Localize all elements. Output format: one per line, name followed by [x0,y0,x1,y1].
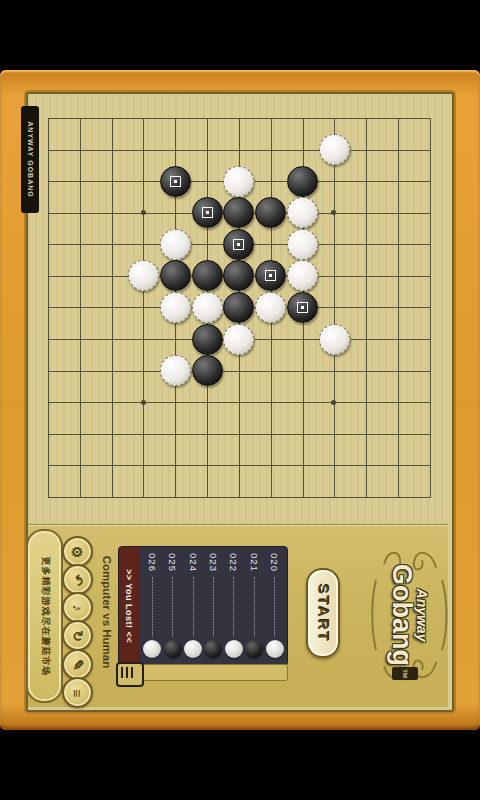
sound-button[interactable]: ♪ [62,592,93,623]
white-stone [223,324,254,355]
black-stone [192,355,223,386]
logo-line2: Gobang TM [390,564,414,666]
restart-icon: ↻ [70,630,84,642]
undo-icon: ↶ [70,574,84,586]
move-column: 023 [203,550,223,662]
settings-button[interactable]: ⚙ [62,536,93,567]
white-stone [287,197,318,228]
move-number-text: 021 [249,553,260,572]
result-banner: >> You Lost! << [119,547,140,665]
stones-layer [32,102,446,513]
move-dots [233,577,234,637]
white-stone [160,229,191,260]
black-stone [223,292,254,323]
white-stone [192,292,223,323]
white-stone [160,292,191,323]
black-stone [192,324,223,355]
black-stone [160,166,191,197]
white-stone [160,355,191,386]
move-number: 026 [142,550,162,574]
move-dots [213,577,214,637]
white-stone [319,134,350,165]
black-stone [192,260,223,291]
move-number: 023 [203,550,223,574]
move-number: 021 [244,550,264,574]
move-number: 022 [224,550,244,574]
white-stone [319,324,350,355]
white-stone [287,229,318,260]
move-stone-white [266,640,284,658]
white-stone [128,260,159,291]
white-stone [287,260,318,291]
black-stone [255,260,286,291]
move-number: 024 [183,550,203,574]
move-dots [172,577,173,637]
move-number: 020 [265,550,285,574]
move-column: 025 [163,550,183,662]
move-stone-black [164,640,182,658]
status-bar [0,0,480,70]
sound-icon: ♪ [71,604,85,611]
move-column: 026 [142,550,162,662]
list-icon-button[interactable] [116,662,144,687]
black-stone [223,197,254,228]
undo-button[interactable]: ↶ [62,564,93,595]
promo-text: 更多精彩游戏尽在蘑菇市场 [38,556,51,676]
restart-button[interactable]: ↻ [62,620,93,651]
move-column: 024 [183,550,203,662]
black-stone [287,292,318,323]
mode-label: Computer vs Human [99,547,113,677]
black-stone [192,197,223,228]
record-icon: ✎ [70,659,84,671]
bottom-bar: 蘑菇 19SM.COM 市场 [0,730,480,800]
move-number: 025 [163,550,183,574]
corner-watermark-text: ANYWAY GOBANG [27,121,34,197]
move-dots [193,577,194,637]
move-stone-white [184,640,202,658]
start-button-label: START [315,584,332,643]
move-stone-black [204,640,222,658]
exit-button[interactable]: ≡ [62,677,93,708]
move-column: 020 [265,550,285,662]
logo-line2-text: Gobang [387,564,417,666]
move-number-text: 023 [208,553,219,572]
winning-stone-marker [265,270,276,281]
winning-stone-marker [170,176,181,187]
black-stone [223,229,254,260]
settings-icon: ⚙ [71,545,85,558]
move-list-panel[interactable]: >> You Lost! << 020021022023024025026 [118,546,288,666]
game-logo: Anyway Gobang TM [370,540,450,690]
move-dots [254,577,255,637]
move-columns: 020021022023024025026 [140,547,287,665]
black-stone [287,166,318,197]
move-dots [274,577,275,637]
logo-badge: TM [392,667,418,680]
black-stone [255,197,286,228]
winning-stone-marker [297,302,308,313]
move-column: 021 [244,550,264,662]
black-stone [223,260,254,291]
black-stone [160,260,191,291]
move-stone-white [225,640,243,658]
move-number-text: 025 [167,553,178,572]
move-list-scrollbar[interactable] [140,664,288,681]
move-dots [152,577,153,637]
result-banner-text: >> You Lost! << [125,569,135,643]
move-stone-white [143,640,161,658]
move-number-text: 024 [188,553,199,572]
move-number-text: 022 [228,553,239,572]
screen: ANYWAY GOBANG 更多精彩游戏尽在蘑菇市场 ⚙↶♪↻✎≡ Comput… [0,0,480,800]
move-number-text: 020 [269,553,280,572]
white-stone [223,166,254,197]
move-column: 022 [224,550,244,662]
start-button[interactable]: START [306,568,340,658]
promo-capsule[interactable]: 更多精彩游戏尽在蘑菇市场 [26,529,63,703]
winning-stone-marker [202,207,213,218]
corner-watermark-badge: ANYWAY GOBANG [21,106,39,213]
move-number-text: 026 [147,553,158,572]
white-stone [255,292,286,323]
winning-stone-marker [233,239,244,250]
exit-icon: ≡ [70,688,84,696]
record-button[interactable]: ✎ [62,649,93,680]
move-stone-black [245,640,263,658]
